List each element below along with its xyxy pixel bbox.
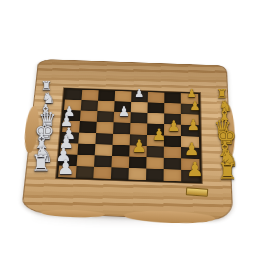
square-g1[interactable] <box>164 169 182 181</box>
square-b7[interactable] <box>80 100 97 111</box>
gold-rook-rim-right-8[interactable]: ♜ <box>217 160 237 182</box>
square-d1[interactable] <box>111 167 129 179</box>
square-f2[interactable] <box>146 157 164 169</box>
square-c4[interactable] <box>95 133 113 145</box>
square-f1[interactable] <box>146 168 164 180</box>
square-c8[interactable] <box>98 90 115 101</box>
square-f3[interactable] <box>147 146 164 158</box>
square-f6[interactable] <box>147 113 164 124</box>
live-edge-bump <box>124 210 216 225</box>
square-b1[interactable] <box>75 166 93 178</box>
square-c6[interactable] <box>96 111 113 122</box>
gold-pawn-e3[interactable]: ♟ <box>131 138 146 155</box>
square-a8[interactable] <box>64 89 81 100</box>
square-c2[interactable] <box>94 155 112 167</box>
square-d3[interactable] <box>112 145 130 157</box>
square-d5[interactable] <box>113 123 130 134</box>
silver-rook-rim-left-8[interactable]: ♜ <box>31 152 51 174</box>
square-g4[interactable] <box>164 135 181 147</box>
live-edge-bump <box>41 209 105 218</box>
square-e1[interactable] <box>128 168 146 180</box>
square-e5[interactable] <box>130 123 147 134</box>
playing-area <box>55 88 201 183</box>
square-b5[interactable] <box>79 121 97 132</box>
square-f7[interactable] <box>148 102 165 113</box>
square-b3[interactable] <box>77 143 95 155</box>
square-d4[interactable] <box>112 133 130 145</box>
product-photo: ♜♞♝♛♚♝♞♜♜♞♝♛♚♝♞♜♟♟♟♟♟♟♟♟♟♟♟♟♟♟♟♟ <box>0 0 260 260</box>
square-b6[interactable] <box>80 111 98 122</box>
gold-pawn-h1[interactable]: ♟ <box>186 161 203 180</box>
gold-pawn-h8[interactable]: ♟ <box>187 87 197 98</box>
gold-pawn-h5[interactable]: ♟ <box>187 118 200 133</box>
gold-pawn-h7[interactable]: ♟ <box>189 99 200 111</box>
square-d8[interactable] <box>114 91 131 102</box>
silver-pawn-e8[interactable]: ♟ <box>134 88 144 99</box>
square-c3[interactable] <box>94 144 112 156</box>
square-c1[interactable] <box>93 167 111 179</box>
gold-pawn-g5[interactable]: ♟ <box>167 119 180 134</box>
square-e7[interactable] <box>131 102 148 113</box>
square-g3[interactable] <box>164 146 181 158</box>
square-c7[interactable] <box>97 101 114 112</box>
gold-pawn-f4[interactable]: ♟ <box>152 127 166 143</box>
square-c5[interactable] <box>96 122 114 133</box>
square-f8[interactable] <box>148 92 165 103</box>
silver-pawn-a1[interactable]: ♟ <box>57 158 74 177</box>
square-e6[interactable] <box>130 112 147 123</box>
square-g7[interactable] <box>164 103 181 114</box>
square-b8[interactable] <box>81 90 98 101</box>
square-d2[interactable] <box>111 156 129 168</box>
square-b2[interactable] <box>76 155 94 167</box>
square-e2[interactable] <box>129 156 147 168</box>
square-b4[interactable] <box>78 132 96 144</box>
gold-pawn-h3[interactable]: ♟ <box>184 142 199 159</box>
board-wrap <box>26 12 234 259</box>
square-g2[interactable] <box>164 158 182 170</box>
silver-pawn-d6[interactable]: ♟ <box>118 106 130 119</box>
brass-plaque <box>186 187 209 197</box>
square-g8[interactable] <box>165 93 182 104</box>
